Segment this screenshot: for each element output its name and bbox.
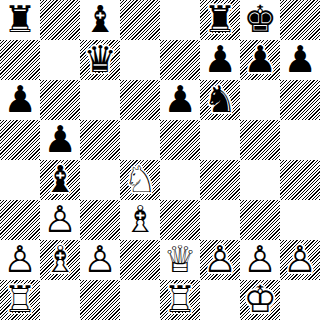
black-pawn: ♟ [280,40,320,80]
square-f1[interactable] [200,280,240,320]
square-g2[interactable]: ♟♙ [240,240,280,280]
square-f3[interactable] [200,200,240,240]
white-pawn-fill: ♟ [80,240,120,280]
square-d8[interactable] [120,0,160,40]
square-d2[interactable] [120,240,160,280]
square-a5[interactable] [0,120,40,160]
square-a4[interactable] [0,160,40,200]
white-pawn: ♙ [240,240,280,280]
white-king-fill: ♚ [240,280,280,320]
square-b4[interactable]: ♝ [40,160,80,200]
square-f4[interactable] [200,160,240,200]
black-pawn: ♟ [160,80,200,120]
square-g6[interactable] [240,80,280,120]
black-knight: ♞ [200,80,240,120]
square-f6[interactable]: ♞ [200,80,240,120]
white-pawn-fill: ♟ [240,240,280,280]
white-bishop-fill: ♝ [120,200,160,240]
square-c1[interactable] [80,280,120,320]
square-h3[interactable] [280,200,320,240]
black-pawn: ♟ [240,40,280,80]
square-h5[interactable] [280,120,320,160]
square-h8[interactable] [280,0,320,40]
white-knight-fill: ♞ [120,160,160,200]
white-knight: ♘ [120,160,160,200]
square-e6[interactable]: ♟ [160,80,200,120]
square-a1[interactable]: ♜♖ [0,280,40,320]
square-b3[interactable]: ♟♙ [40,200,80,240]
square-c5[interactable] [80,120,120,160]
white-pawn: ♙ [0,240,40,280]
white-pawn-fill: ♟ [200,240,240,280]
square-a8[interactable]: ♜ [0,0,40,40]
square-f8[interactable]: ♜ [200,0,240,40]
square-f5[interactable] [200,120,240,160]
square-c6[interactable] [80,80,120,120]
square-g1[interactable]: ♚♔ [240,280,280,320]
square-d5[interactable] [120,120,160,160]
square-b7[interactable] [40,40,80,80]
white-pawn-fill: ♟ [0,240,40,280]
white-pawn: ♙ [200,240,240,280]
square-h1[interactable] [280,280,320,320]
square-b6[interactable] [40,80,80,120]
square-c8[interactable]: ♝ [80,0,120,40]
white-pawn: ♙ [80,240,120,280]
white-pawn: ♙ [40,200,80,240]
white-queen-fill: ♛ [160,240,200,280]
square-h2[interactable]: ♟♙ [280,240,320,280]
square-b5[interactable]: ♟ [40,120,80,160]
black-rook: ♜ [200,0,240,40]
square-h6[interactable] [280,80,320,120]
square-d6[interactable] [120,80,160,120]
square-e4[interactable] [160,160,200,200]
square-d7[interactable] [120,40,160,80]
black-pawn: ♟ [40,120,80,160]
white-rook-fill: ♜ [0,280,40,320]
square-g5[interactable] [240,120,280,160]
square-d4[interactable]: ♞♘ [120,160,160,200]
square-h4[interactable] [280,160,320,200]
square-g8[interactable]: ♚ [240,0,280,40]
black-queen: ♛ [80,40,120,80]
square-b1[interactable] [40,280,80,320]
white-king: ♔ [240,280,280,320]
black-rook: ♜ [0,0,40,40]
square-c4[interactable] [80,160,120,200]
chess-board: ♜♝♜♚♛♟♟♟♟♟♞♟♝♞♘♟♙♝♗♟♙♝♗♟♙♛♕♟♙♟♙♟♙♜♖♜♖♚♔ [0,0,320,320]
square-h7[interactable]: ♟ [280,40,320,80]
square-c3[interactable] [80,200,120,240]
chess-diagram: ♜♝♜♚♛♟♟♟♟♟♞♟♝♞♘♟♙♝♗♟♙♝♗♟♙♛♕♟♙♟♙♟♙♜♖♜♖♚♔ [0,0,320,320]
white-pawn: ♙ [280,240,320,280]
black-king: ♚ [240,0,280,40]
square-f2[interactable]: ♟♙ [200,240,240,280]
square-a3[interactable] [0,200,40,240]
square-c2[interactable]: ♟♙ [80,240,120,280]
square-e5[interactable] [160,120,200,160]
square-a6[interactable]: ♟ [0,80,40,120]
white-bishop: ♗ [40,240,80,280]
square-e1[interactable]: ♜♖ [160,280,200,320]
black-pawn: ♟ [200,40,240,80]
square-f7[interactable]: ♟ [200,40,240,80]
white-pawn-fill: ♟ [40,200,80,240]
square-a7[interactable] [0,40,40,80]
white-queen: ♕ [160,240,200,280]
square-e7[interactable] [160,40,200,80]
square-a2[interactable]: ♟♙ [0,240,40,280]
square-g3[interactable] [240,200,280,240]
square-e3[interactable] [160,200,200,240]
square-g4[interactable] [240,160,280,200]
white-bishop-fill: ♝ [40,240,80,280]
square-c7[interactable]: ♛ [80,40,120,80]
square-d1[interactable] [120,280,160,320]
black-pawn: ♟ [0,80,40,120]
white-bishop: ♗ [120,200,160,240]
white-rook: ♖ [160,280,200,320]
square-g7[interactable]: ♟ [240,40,280,80]
white-rook: ♖ [0,280,40,320]
white-rook-fill: ♜ [160,280,200,320]
black-bishop: ♝ [40,160,80,200]
square-b8[interactable] [40,0,80,40]
square-e8[interactable] [160,0,200,40]
square-b2[interactable]: ♝♗ [40,240,80,280]
white-pawn-fill: ♟ [280,240,320,280]
black-bishop: ♝ [80,0,120,40]
square-e2[interactable]: ♛♕ [160,240,200,280]
square-d3[interactable]: ♝♗ [120,200,160,240]
